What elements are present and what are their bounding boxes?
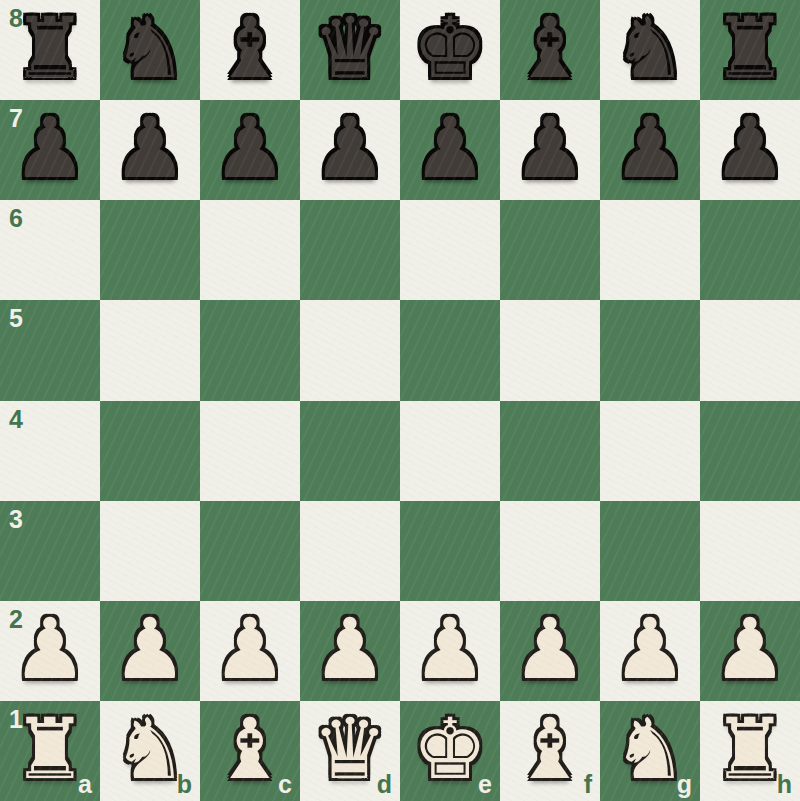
piece-black-pawn[interactable]: ♟ <box>312 98 387 198</box>
square-d4[interactable] <box>300 401 400 501</box>
square-f6[interactable] <box>500 200 600 300</box>
square-d2[interactable]: ♟ <box>300 601 400 701</box>
square-a2[interactable]: 2♟ <box>0 601 100 701</box>
square-a5[interactable]: 5 <box>0 300 100 400</box>
piece-white-bishop[interactable]: ♝ <box>212 699 287 799</box>
square-b7[interactable]: ♟ <box>100 100 200 200</box>
piece-black-queen[interactable]: ♛ <box>312 0 387 98</box>
piece-white-pawn[interactable]: ♟ <box>512 599 587 699</box>
piece-white-pawn[interactable]: ♟ <box>412 599 487 699</box>
square-g6[interactable] <box>600 200 700 300</box>
square-h7[interactable]: ♟ <box>700 100 800 200</box>
square-f5[interactable] <box>500 300 600 400</box>
square-c1[interactable]: c♝ <box>200 701 300 801</box>
square-a8[interactable]: 8♜ <box>0 0 100 100</box>
square-d5[interactable] <box>300 300 400 400</box>
square-e6[interactable] <box>400 200 500 300</box>
square-c3[interactable] <box>200 501 300 601</box>
chess-board: 8♜♞♝♛♚♝♞♜7♟♟♟♟♟♟♟♟65432♟♟♟♟♟♟♟♟1a♜b♞c♝d♛… <box>0 0 800 801</box>
square-h2[interactable]: ♟ <box>700 601 800 701</box>
square-h5[interactable] <box>700 300 800 400</box>
square-f3[interactable] <box>500 501 600 601</box>
piece-black-pawn[interactable]: ♟ <box>212 98 287 198</box>
square-c7[interactable]: ♟ <box>200 100 300 200</box>
square-a6[interactable]: 6 <box>0 200 100 300</box>
square-f8[interactable]: ♝ <box>500 0 600 100</box>
square-g3[interactable] <box>600 501 700 601</box>
piece-black-pawn[interactable]: ♟ <box>612 98 687 198</box>
piece-white-pawn[interactable]: ♟ <box>312 599 387 699</box>
square-d6[interactable] <box>300 200 400 300</box>
square-h3[interactable] <box>700 501 800 601</box>
piece-black-pawn[interactable]: ♟ <box>412 98 487 198</box>
piece-white-pawn[interactable]: ♟ <box>612 599 687 699</box>
square-b6[interactable] <box>100 200 200 300</box>
square-c2[interactable]: ♟ <box>200 601 300 701</box>
square-d7[interactable]: ♟ <box>300 100 400 200</box>
piece-black-rook[interactable]: ♜ <box>712 0 787 98</box>
piece-white-pawn[interactable]: ♟ <box>112 599 187 699</box>
rank-label-3: 3 <box>9 507 23 532</box>
square-h1[interactable]: h♜ <box>700 701 800 801</box>
square-c4[interactable] <box>200 401 300 501</box>
piece-black-rook[interactable]: ♜ <box>12 0 87 98</box>
square-e4[interactable] <box>400 401 500 501</box>
file-label-f: f <box>584 772 592 797</box>
square-e7[interactable]: ♟ <box>400 100 500 200</box>
piece-black-knight[interactable]: ♞ <box>612 0 687 98</box>
piece-black-pawn[interactable]: ♟ <box>712 98 787 198</box>
rank-label-1: 1 <box>9 707 23 732</box>
square-g4[interactable] <box>600 401 700 501</box>
square-h8[interactable]: ♜ <box>700 0 800 100</box>
square-a1[interactable]: 1a♜ <box>0 701 100 801</box>
square-b2[interactable]: ♟ <box>100 601 200 701</box>
square-g7[interactable]: ♟ <box>600 100 700 200</box>
square-a4[interactable]: 4 <box>0 401 100 501</box>
piece-black-bishop[interactable]: ♝ <box>212 0 287 98</box>
square-g1[interactable]: g♞ <box>600 701 700 801</box>
square-d3[interactable] <box>300 501 400 601</box>
square-e2[interactable]: ♟ <box>400 601 500 701</box>
square-b8[interactable]: ♞ <box>100 0 200 100</box>
square-g2[interactable]: ♟ <box>600 601 700 701</box>
square-f2[interactable]: ♟ <box>500 601 600 701</box>
square-b3[interactable] <box>100 501 200 601</box>
piece-white-bishop[interactable]: ♝ <box>512 699 587 799</box>
piece-white-pawn[interactable]: ♟ <box>712 599 787 699</box>
square-e5[interactable] <box>400 300 500 400</box>
square-b1[interactable]: b♞ <box>100 701 200 801</box>
square-e1[interactable]: e♚ <box>400 701 500 801</box>
file-label-d: d <box>377 772 392 797</box>
file-label-g: g <box>677 772 692 797</box>
piece-white-pawn[interactable]: ♟ <box>212 599 287 699</box>
piece-black-pawn[interactable]: ♟ <box>512 98 587 198</box>
piece-white-rook[interactable]: ♜ <box>12 699 87 799</box>
piece-white-king[interactable]: ♚ <box>412 699 487 799</box>
piece-black-bishop[interactable]: ♝ <box>512 0 587 98</box>
square-a7[interactable]: 7♟ <box>0 100 100 200</box>
file-label-b: b <box>177 772 192 797</box>
piece-black-king[interactable]: ♚ <box>412 0 487 98</box>
rank-label-4: 4 <box>9 407 23 432</box>
square-b4[interactable] <box>100 401 200 501</box>
square-e3[interactable] <box>400 501 500 601</box>
square-g8[interactable]: ♞ <box>600 0 700 100</box>
piece-white-pawn[interactable]: ♟ <box>12 599 87 699</box>
square-c6[interactable] <box>200 200 300 300</box>
rank-label-6: 6 <box>9 206 23 231</box>
square-c8[interactable]: ♝ <box>200 0 300 100</box>
square-f7[interactable]: ♟ <box>500 100 600 200</box>
square-d1[interactable]: d♛ <box>300 701 400 801</box>
square-b5[interactable] <box>100 300 200 400</box>
rank-label-7: 7 <box>9 106 23 131</box>
square-c5[interactable] <box>200 300 300 400</box>
rank-label-8: 8 <box>9 6 23 31</box>
file-label-h: h <box>777 772 792 797</box>
square-d8[interactable]: ♛ <box>300 0 400 100</box>
piece-black-pawn[interactable]: ♟ <box>12 98 87 198</box>
file-label-c: c <box>278 772 292 797</box>
square-f1[interactable]: f♝ <box>500 701 600 801</box>
square-a3[interactable]: 3 <box>0 501 100 601</box>
rank-label-2: 2 <box>9 607 23 632</box>
square-h4[interactable] <box>700 401 800 501</box>
square-g5[interactable] <box>600 300 700 400</box>
rank-label-5: 5 <box>9 306 23 331</box>
square-h6[interactable] <box>700 200 800 300</box>
square-f4[interactable] <box>500 401 600 501</box>
file-label-e: e <box>478 772 492 797</box>
piece-black-knight[interactable]: ♞ <box>112 0 187 98</box>
file-label-a: a <box>78 772 92 797</box>
piece-black-pawn[interactable]: ♟ <box>112 98 187 198</box>
square-e8[interactable]: ♚ <box>400 0 500 100</box>
